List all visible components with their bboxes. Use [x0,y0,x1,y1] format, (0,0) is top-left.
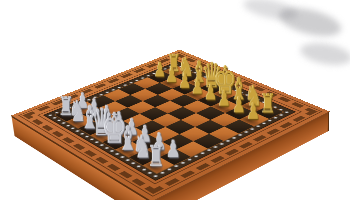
brass-pawn[interactable]: ♟ [232,94,245,116]
silver-pawn[interactable]: ♟ [166,137,180,161]
chess-case: ♜♞♝♛♚♝♞♜♟♟♟♟♟♟♟♟♟♟♟♟♟♟♟♟♜♞♝♛♚♝♞♜ [11,50,329,200]
brass-rook[interactable]: ♜ [260,90,276,117]
board-perspective-wrapper: ♜♞♝♛♚♝♞♜♟♟♟♟♟♟♟♟♟♟♟♟♟♟♟♟♜♞♝♛♚♝♞♜ [0,0,350,200]
brass-pawn[interactable]: ♟ [246,100,259,123]
chess-set-photo: ♜♞♝♛♚♝♞♜♟♟♟♟♟♟♟♟♟♟♟♟♟♟♟♟♜♞♝♛♚♝♞♜ [0,0,350,200]
brass-pawn[interactable]: ♟ [218,88,231,110]
silver-rook[interactable]: ♜ [148,141,165,170]
